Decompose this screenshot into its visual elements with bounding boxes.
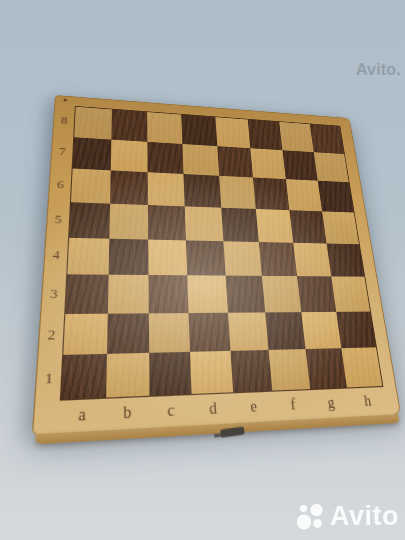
square-g3 bbox=[297, 276, 336, 312]
square-g5 bbox=[289, 210, 326, 243]
board-grid bbox=[60, 106, 384, 401]
square-e8 bbox=[215, 117, 250, 148]
square-g1 bbox=[305, 349, 346, 389]
square-g8 bbox=[279, 122, 314, 152]
square-d1 bbox=[190, 351, 232, 394]
file-label-e: e bbox=[233, 392, 275, 423]
rank-label-7: 7 bbox=[51, 135, 73, 168]
square-c3 bbox=[149, 275, 189, 313]
chess-board: 87654321 abcdefgh ▲ bbox=[32, 95, 401, 436]
file-label-c: c bbox=[149, 395, 193, 428]
square-a5 bbox=[69, 202, 110, 238]
square-a6 bbox=[71, 169, 111, 204]
square-f5 bbox=[255, 209, 292, 243]
square-a2 bbox=[63, 313, 108, 355]
square-h5 bbox=[322, 211, 359, 244]
avito-watermark-top: Avito. bbox=[356, 61, 401, 79]
square-a1 bbox=[61, 354, 107, 399]
square-e7 bbox=[217, 146, 253, 178]
rank-label-6: 6 bbox=[49, 167, 72, 202]
rank-label-1: 1 bbox=[35, 356, 62, 402]
square-a3 bbox=[65, 274, 108, 313]
photo-background: Avito. 87654321 abcdefgh ▲ Avito bbox=[0, 0, 405, 540]
file-label-d: d bbox=[192, 393, 235, 425]
square-d8 bbox=[182, 115, 217, 146]
square-c1 bbox=[149, 352, 191, 395]
square-c7 bbox=[148, 142, 184, 175]
square-d6 bbox=[184, 174, 221, 207]
square-a8 bbox=[74, 107, 112, 140]
square-h3 bbox=[331, 277, 370, 312]
rank-label-5: 5 bbox=[46, 201, 69, 237]
square-c6 bbox=[148, 172, 185, 206]
square-c4 bbox=[148, 239, 187, 275]
square-f7 bbox=[250, 148, 286, 179]
rank-label-4: 4 bbox=[44, 237, 68, 275]
square-h6 bbox=[318, 181, 354, 213]
square-g6 bbox=[286, 179, 322, 211]
square-h8 bbox=[310, 124, 344, 154]
square-f2 bbox=[265, 312, 306, 350]
file-label-h: h bbox=[348, 387, 388, 417]
square-b6 bbox=[110, 171, 148, 205]
square-e6 bbox=[219, 176, 256, 209]
square-f1 bbox=[268, 349, 310, 390]
square-g7 bbox=[282, 150, 317, 181]
square-a4 bbox=[67, 237, 109, 274]
avito-watermark-bottom: Avito bbox=[296, 501, 399, 532]
square-f8 bbox=[247, 120, 282, 150]
square-d3 bbox=[188, 275, 228, 312]
file-label-b: b bbox=[105, 397, 150, 430]
square-f4 bbox=[258, 242, 296, 277]
square-b1 bbox=[106, 353, 150, 397]
square-d7 bbox=[183, 144, 219, 176]
square-h4 bbox=[326, 243, 364, 277]
square-h7 bbox=[314, 152, 349, 183]
square-c2 bbox=[149, 313, 190, 353]
square-g4 bbox=[293, 242, 331, 276]
square-h2 bbox=[336, 311, 376, 348]
square-c8 bbox=[147, 112, 182, 144]
file-label-g: g bbox=[311, 389, 352, 419]
square-d4 bbox=[186, 240, 225, 276]
avito-logo-icon bbox=[296, 502, 325, 531]
square-e3 bbox=[225, 276, 265, 313]
square-a7 bbox=[73, 137, 112, 171]
clasp-icon bbox=[220, 426, 245, 437]
square-e2 bbox=[227, 312, 268, 351]
square-b3 bbox=[108, 275, 149, 314]
file-label-a: a bbox=[58, 399, 105, 433]
square-e1 bbox=[230, 350, 272, 392]
square-b2 bbox=[107, 313, 149, 354]
square-d5 bbox=[185, 206, 223, 241]
square-f6 bbox=[253, 178, 290, 210]
rank-label-3: 3 bbox=[41, 275, 66, 315]
rank-label-2: 2 bbox=[38, 314, 64, 357]
square-f3 bbox=[262, 276, 301, 312]
square-b7 bbox=[111, 139, 148, 172]
square-b4 bbox=[109, 238, 149, 275]
square-g2 bbox=[301, 312, 341, 350]
rank-label-8: 8 bbox=[53, 104, 75, 136]
maker-stamp-icon: ▲ bbox=[61, 96, 69, 103]
square-c5 bbox=[148, 205, 186, 240]
square-e5 bbox=[221, 208, 259, 242]
square-e4 bbox=[223, 241, 262, 276]
square-b5 bbox=[109, 204, 148, 240]
file-label-f: f bbox=[272, 390, 314, 421]
square-b8 bbox=[111, 109, 147, 141]
square-d2 bbox=[189, 312, 230, 352]
square-h1 bbox=[341, 348, 382, 388]
avito-watermark-text: Avito bbox=[330, 501, 399, 532]
